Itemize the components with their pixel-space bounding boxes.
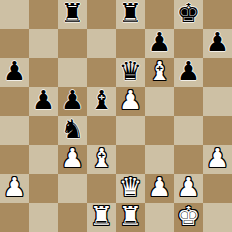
black-queen[interactable]: ♛	[119, 57, 142, 86]
white-queen[interactable]: ♛	[119, 173, 142, 202]
square-f2[interactable]: ♟	[145, 174, 174, 203]
white-pawn[interactable]: ♟	[206, 144, 229, 173]
square-a1[interactable]	[0, 203, 29, 232]
square-b5[interactable]: ♟	[29, 87, 58, 116]
black-rook[interactable]: ♜	[119, 0, 142, 28]
white-rook[interactable]: ♜	[90, 202, 113, 231]
square-c7[interactable]	[58, 29, 87, 58]
white-pawn[interactable]: ♟	[177, 173, 200, 202]
square-a8[interactable]	[0, 0, 29, 29]
black-pawn[interactable]: ♟	[3, 57, 26, 86]
square-d6[interactable]	[87, 58, 116, 87]
square-d3[interactable]: ♝	[87, 145, 116, 174]
white-rook[interactable]: ♜	[119, 202, 142, 231]
square-d8[interactable]	[87, 0, 116, 29]
square-h6[interactable]	[203, 58, 232, 87]
square-f8[interactable]	[145, 0, 174, 29]
square-e7[interactable]	[116, 29, 145, 58]
square-h4[interactable]	[203, 116, 232, 145]
white-king[interactable]: ♚	[177, 202, 200, 231]
square-b8[interactable]	[29, 0, 58, 29]
square-f6[interactable]: ♝	[145, 58, 174, 87]
square-h8[interactable]	[203, 0, 232, 29]
square-g2[interactable]: ♟	[174, 174, 203, 203]
square-f4[interactable]	[145, 116, 174, 145]
white-pawn[interactable]: ♟	[119, 86, 142, 115]
chess-board: ♜♜♚♟♟♟♛♝♟♟♟♝♟♞♟♝♟♟♛♟♟♜♜♚	[0, 0, 232, 232]
white-bishop[interactable]: ♝	[148, 57, 171, 86]
square-f1[interactable]	[145, 203, 174, 232]
square-c6[interactable]	[58, 58, 87, 87]
square-b2[interactable]	[29, 174, 58, 203]
square-f3[interactable]	[145, 145, 174, 174]
black-bishop[interactable]: ♝	[90, 86, 113, 115]
square-h3[interactable]: ♟	[203, 145, 232, 174]
square-c8[interactable]: ♜	[58, 0, 87, 29]
square-e8[interactable]: ♜	[116, 0, 145, 29]
square-g5[interactable]	[174, 87, 203, 116]
black-pawn[interactable]: ♟	[61, 86, 84, 115]
square-a4[interactable]	[0, 116, 29, 145]
square-a2[interactable]: ♟	[0, 174, 29, 203]
square-a6[interactable]: ♟	[0, 58, 29, 87]
square-b3[interactable]	[29, 145, 58, 174]
square-c2[interactable]	[58, 174, 87, 203]
square-b1[interactable]	[29, 203, 58, 232]
white-pawn[interactable]: ♟	[3, 173, 26, 202]
square-b7[interactable]	[29, 29, 58, 58]
black-king[interactable]: ♚	[177, 0, 200, 28]
square-d7[interactable]	[87, 29, 116, 58]
square-c3[interactable]: ♟	[58, 145, 87, 174]
square-d5[interactable]: ♝	[87, 87, 116, 116]
square-f7[interactable]: ♟	[145, 29, 174, 58]
square-g4[interactable]	[174, 116, 203, 145]
square-g6[interactable]: ♟	[174, 58, 203, 87]
square-f5[interactable]	[145, 87, 174, 116]
square-g3[interactable]	[174, 145, 203, 174]
white-pawn[interactable]: ♟	[148, 173, 171, 202]
square-g7[interactable]	[174, 29, 203, 58]
square-e4[interactable]	[116, 116, 145, 145]
square-h7[interactable]: ♟	[203, 29, 232, 58]
square-c1[interactable]	[58, 203, 87, 232]
black-knight[interactable]: ♞	[61, 115, 84, 144]
white-pawn[interactable]: ♟	[61, 144, 84, 173]
square-a5[interactable]	[0, 87, 29, 116]
square-b4[interactable]	[29, 116, 58, 145]
square-e1[interactable]: ♜	[116, 203, 145, 232]
white-bishop[interactable]: ♝	[90, 144, 113, 173]
square-h1[interactable]	[203, 203, 232, 232]
square-a7[interactable]	[0, 29, 29, 58]
black-pawn[interactable]: ♟	[177, 57, 200, 86]
square-g1[interactable]: ♚	[174, 203, 203, 232]
black-pawn[interactable]: ♟	[32, 86, 55, 115]
square-e2[interactable]: ♛	[116, 174, 145, 203]
square-g8[interactable]: ♚	[174, 0, 203, 29]
square-d2[interactable]	[87, 174, 116, 203]
square-e3[interactable]	[116, 145, 145, 174]
black-pawn[interactable]: ♟	[206, 28, 229, 57]
black-rook[interactable]: ♜	[61, 0, 84, 28]
black-pawn[interactable]: ♟	[148, 28, 171, 57]
chess-board-container: ♜♜♚♟♟♟♛♝♟♟♟♝♟♞♟♝♟♟♛♟♟♜♜♚	[0, 0, 232, 232]
square-h5[interactable]	[203, 87, 232, 116]
square-d4[interactable]	[87, 116, 116, 145]
square-d1[interactable]: ♜	[87, 203, 116, 232]
square-h2[interactable]	[203, 174, 232, 203]
square-e6[interactable]: ♛	[116, 58, 145, 87]
square-e5[interactable]: ♟	[116, 87, 145, 116]
square-c5[interactable]: ♟	[58, 87, 87, 116]
square-c4[interactable]: ♞	[58, 116, 87, 145]
square-a3[interactable]	[0, 145, 29, 174]
square-b6[interactable]	[29, 58, 58, 87]
